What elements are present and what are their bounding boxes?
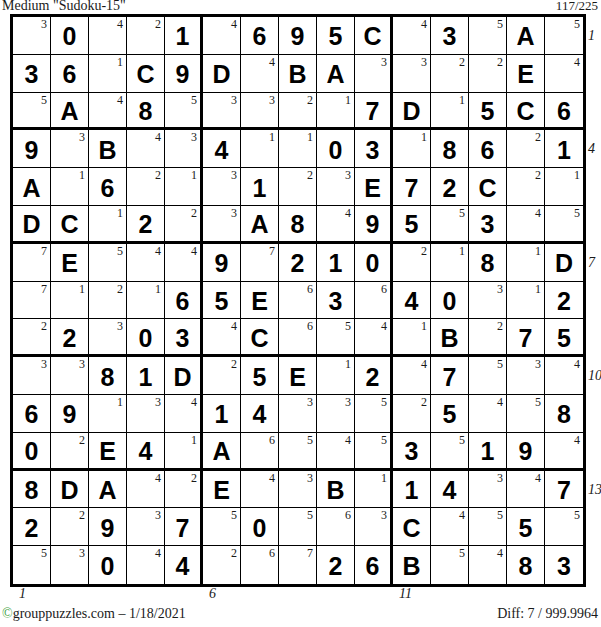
pencil-mark: 4 [535, 472, 541, 484]
given-digit: 9 [355, 209, 390, 241]
cell-r4c5[interactable]: 3 [165, 130, 203, 168]
cell-r4c6[interactable]: 4 [203, 130, 241, 168]
cell-r3c7[interactable]: 3 [241, 93, 279, 131]
cell-r12c11[interactable]: 3 [393, 433, 431, 471]
pencil-mark: 3 [79, 547, 85, 559]
cell-r5c3[interactable]: 6 [89, 168, 127, 206]
cell-r11c3[interactable]: 1 [89, 395, 127, 433]
cell-r7c11[interactable]: 2 [393, 244, 431, 282]
cell-r6c13[interactable]: 3 [469, 206, 507, 244]
cell-r6c4[interactable]: 2 [127, 206, 165, 244]
cell-r8c12[interactable]: 0 [431, 282, 469, 320]
pencil-mark: 3 [231, 207, 237, 219]
cell-r7c15[interactable]: D [545, 244, 583, 282]
pencil-mark: 3 [307, 472, 313, 484]
cell-r4c2[interactable]: 3 [51, 130, 89, 168]
pencil-mark: 5 [41, 94, 47, 106]
pencil-mark: 3 [79, 131, 85, 143]
cell-r3c8[interactable]: 2 [279, 93, 317, 131]
cell-r11c4[interactable]: 3 [127, 395, 165, 433]
cell-r14c3[interactable]: 9 [89, 508, 127, 546]
cell-r10c14[interactable]: 3 [507, 357, 545, 395]
cell-r3c11[interactable]: D [393, 93, 431, 131]
given-digit: 9 [507, 436, 544, 468]
cell-r8c11[interactable]: 4 [393, 282, 431, 320]
cell-r10c1[interactable]: 3 [13, 357, 51, 395]
cell-r13c9[interactable]: B [317, 471, 355, 509]
pencil-mark: 6 [307, 320, 313, 332]
pencil-mark: 4 [345, 434, 351, 446]
pencil-mark: 4 [191, 245, 197, 257]
cell-r8c4[interactable]: 1 [127, 282, 165, 320]
cell-r15c14[interactable]: 8 [507, 546, 545, 584]
given-digit: A [89, 474, 126, 508]
cell-r13c3[interactable]: A [89, 471, 127, 509]
cell-r6c15[interactable]: 5 [545, 206, 583, 244]
cell-r12c7[interactable]: 6 [241, 433, 279, 471]
cell-r7c10[interactable]: 0 [355, 244, 393, 282]
cell-r11c15[interactable]: 8 [545, 395, 583, 433]
cell-r11c2[interactable]: 9 [51, 395, 89, 433]
cell-r14c12[interactable]: 4 [431, 508, 469, 546]
copyright-text: grouppuzzles.com – 1/18/2021 [13, 606, 186, 621]
cell-r2c11[interactable]: 3 [393, 55, 431, 93]
cell-r9c6[interactable]: 4 [203, 319, 241, 357]
cell-r12c6[interactable]: A [203, 433, 241, 471]
cell-r2c2[interactable]: 6 [51, 55, 89, 93]
cell-r15c5[interactable]: 4 [165, 546, 203, 584]
cell-r10c15[interactable]: 4 [545, 357, 583, 395]
cell-r15c4[interactable]: 4 [127, 546, 165, 584]
cell-r12c4[interactable]: 4 [127, 433, 165, 471]
pencil-mark: 1 [79, 169, 85, 181]
cell-r1c14[interactable]: A [507, 17, 545, 55]
cell-r7c6[interactable]: 9 [203, 244, 241, 282]
cell-r3c2[interactable]: A [51, 93, 89, 131]
cell-r10c10[interactable]: 2 [355, 357, 393, 395]
cell-r9c4[interactable]: 0 [127, 319, 165, 357]
pencil-mark: 4 [269, 472, 275, 484]
cell-r14c1[interactable]: 2 [13, 508, 51, 546]
cell-r14c15[interactable]: 5 [545, 508, 583, 546]
cell-r4c3[interactable]: B [89, 130, 127, 168]
cell-r12c5[interactable]: 1 [165, 433, 203, 471]
cell-r1c11[interactable]: 4 [393, 17, 431, 55]
cell-r15c2[interactable]: 3 [51, 546, 89, 584]
cell-r1c4[interactable]: 2 [127, 17, 165, 55]
cell-r15c8[interactable]: 7 [279, 546, 317, 584]
pencil-mark: 3 [231, 169, 237, 181]
cell-r2c13[interactable]: 2 [469, 55, 507, 93]
cell-r15c1[interactable]: 5 [13, 546, 51, 584]
cell-r13c14[interactable]: 4 [507, 471, 545, 509]
given-digit: 2 [355, 360, 390, 394]
given-digit: 7 [431, 360, 468, 394]
cell-r14c14[interactable]: 5 [507, 508, 545, 546]
cell-r6c5[interactable]: 2 [165, 206, 203, 244]
cell-r9c9[interactable]: 5 [317, 319, 355, 357]
given-digit: 4 [127, 436, 164, 468]
cell-r3c9[interactable]: 1 [317, 93, 355, 131]
cell-r13c10[interactable]: 1 [355, 471, 393, 509]
cell-r9c12[interactable]: B [431, 319, 469, 357]
cell-r10c11[interactable]: 4 [393, 357, 431, 395]
cell-r14c5[interactable]: 7 [165, 508, 203, 546]
cell-r1c1[interactable]: 3 [13, 17, 51, 55]
pencil-mark: 4 [535, 207, 541, 219]
cell-r11c14[interactable]: 5 [507, 395, 545, 433]
cell-r9c3[interactable]: 3 [89, 319, 127, 357]
cell-r7c3[interactable]: 5 [89, 244, 127, 282]
cell-r4c4[interactable]: 4 [127, 130, 165, 168]
given-digit: 0 [51, 20, 88, 54]
given-digit: 3 [317, 285, 354, 319]
cell-r3c14[interactable]: C [507, 93, 545, 131]
cell-r15c9[interactable]: 2 [317, 546, 355, 584]
cell-r2c8[interactable]: B [279, 55, 317, 93]
cell-r5c11[interactable]: 7 [393, 168, 431, 206]
cell-r10c3[interactable]: 8 [89, 357, 127, 395]
cell-r12c1[interactable]: 0 [13, 433, 51, 471]
given-digit: B [431, 322, 468, 354]
pencil-mark: 5 [497, 358, 503, 370]
cell-r7c9[interactable]: 1 [317, 244, 355, 282]
cell-r10c12[interactable]: 7 [431, 357, 469, 395]
given-digit: 5 [203, 285, 240, 319]
cell-r12c2[interactable]: 2 [51, 433, 89, 471]
cell-r12c14[interactable]: 9 [507, 433, 545, 471]
cell-r5c15[interactable]: 1 [545, 168, 583, 206]
cell-r8c1[interactable]: 7 [13, 282, 51, 320]
cell-r8c13[interactable]: 3 [469, 282, 507, 320]
cell-r6c7[interactable]: A [241, 206, 279, 244]
cell-r2c12[interactable]: 2 [431, 55, 469, 93]
cell-r7c1[interactable]: 7 [13, 244, 51, 282]
pencil-mark: 2 [231, 358, 237, 370]
cell-r1c12[interactable]: 3 [431, 17, 469, 55]
pencil-mark: 2 [535, 131, 541, 143]
cell-r5c12[interactable]: 2 [431, 168, 469, 206]
cell-r10c8[interactable]: E [279, 357, 317, 395]
cell-r2c4[interactable]: C [127, 55, 165, 93]
given-digit: 1 [165, 20, 200, 54]
cell-r7c2[interactable]: E [51, 244, 89, 282]
cell-r3c12[interactable]: 1 [431, 93, 469, 131]
given-digit: 5 [431, 398, 468, 432]
cell-r12c3[interactable]: E [89, 433, 127, 471]
cell-r14c11[interactable]: C [393, 508, 431, 546]
pencil-mark: 6 [381, 283, 387, 295]
cell-r3c5[interactable]: 5 [165, 93, 203, 131]
given-digit: 8 [545, 398, 583, 432]
cell-r13c6[interactable]: E [203, 471, 241, 509]
cell-r5c5[interactable]: 1 [165, 168, 203, 206]
cell-r3c1[interactable]: 5 [13, 93, 51, 131]
cell-r4c10[interactable]: 3 [355, 130, 393, 168]
cell-r5c10[interactable]: E [355, 168, 393, 206]
cell-r5c13[interactable]: C [469, 168, 507, 206]
pencil-mark: 1 [381, 472, 387, 484]
cell-r10c6[interactable]: 2 [203, 357, 241, 395]
cell-r4c14[interactable]: 2 [507, 130, 545, 168]
copyright-line: ©grouppuzzles.com – 1/18/2021 [2, 606, 186, 622]
cell-r11c5[interactable]: 4 [165, 395, 203, 433]
cell-r7c14[interactable]: 1 [507, 244, 545, 282]
cell-r4c8[interactable]: 1 [279, 130, 317, 168]
cell-r13c2[interactable]: D [51, 471, 89, 509]
cell-r9c1[interactable]: 2 [13, 319, 51, 357]
cell-r10c4[interactable]: 1 [127, 357, 165, 395]
pencil-mark: 4 [574, 434, 580, 446]
given-digit: B [89, 133, 126, 167]
cell-r2c5[interactable]: 9 [165, 55, 203, 93]
cell-r1c10[interactable]: C [355, 17, 393, 55]
cell-r4c1[interactable]: 9 [13, 130, 51, 168]
pencil-mark: 4 [155, 131, 161, 143]
given-digit: 8 [469, 247, 506, 281]
cell-r9c2[interactable]: 2 [51, 319, 89, 357]
cell-r1c3[interactable]: 4 [89, 17, 127, 55]
cell-r7c8[interactable]: 2 [279, 244, 317, 282]
pencil-mark: 5 [231, 509, 237, 521]
cell-r6c11[interactable]: 5 [393, 206, 431, 244]
cell-r12c13[interactable]: 1 [469, 433, 507, 471]
cell-r5c4[interactable]: 2 [127, 168, 165, 206]
cell-r13c12[interactable]: 4 [431, 471, 469, 509]
cell-r3c10[interactable]: 7 [355, 93, 393, 131]
cell-r15c10[interactable]: 6 [355, 546, 393, 584]
cell-r11c13[interactable]: 4 [469, 395, 507, 433]
cell-r7c13[interactable]: 8 [469, 244, 507, 282]
cell-r11c11[interactable]: 2 [393, 395, 431, 433]
cell-r13c8[interactable]: 3 [279, 471, 317, 509]
cell-r14c10[interactable]: 3 [355, 508, 393, 546]
cell-r11c9[interactable]: 3 [317, 395, 355, 433]
cell-r2c10[interactable]: 3 [355, 55, 393, 93]
cell-r11c10[interactable]: 5 [355, 395, 393, 433]
cell-r9c10[interactable]: 4 [355, 319, 393, 357]
given-digit: E [241, 285, 278, 319]
given-digit: 0 [127, 322, 164, 354]
cell-r13c5[interactable]: 2 [165, 471, 203, 509]
cell-r1c9[interactable]: 5 [317, 17, 355, 55]
cell-r12c9[interactable]: 4 [317, 433, 355, 471]
pencil-mark: 5 [381, 396, 387, 408]
cell-r6c9[interactable]: 4 [317, 206, 355, 244]
given-digit: 1 [393, 474, 430, 508]
cell-r11c1[interactable]: 6 [13, 395, 51, 433]
cell-r2c6[interactable]: D [203, 55, 241, 93]
pencil-mark: 1 [535, 283, 541, 295]
cell-r7c7[interactable]: 7 [241, 244, 279, 282]
cell-r8c15[interactable]: 2 [545, 282, 583, 320]
cell-r12c15[interactable]: 4 [545, 433, 583, 471]
cell-r15c15[interactable]: 3 [545, 546, 583, 584]
cell-r9c14[interactable]: 7 [507, 319, 545, 357]
cell-r4c15[interactable]: 1 [545, 130, 583, 168]
cell-r14c4[interactable]: 3 [127, 508, 165, 546]
cells-remaining-counter: 117/225 [556, 0, 598, 14]
cell-r11c6[interactable]: 1 [203, 395, 241, 433]
cell-r8c8[interactable]: 6 [279, 282, 317, 320]
cell-r6c10[interactable]: 9 [355, 206, 393, 244]
cell-r2c1[interactable]: 3 [13, 55, 51, 93]
cell-r14c7[interactable]: 0 [241, 508, 279, 546]
cell-r8c2[interactable]: 1 [51, 282, 89, 320]
given-digit: 3 [545, 549, 583, 584]
given-digit: 2 [279, 247, 316, 281]
cell-r13c13[interactable]: 3 [469, 471, 507, 509]
given-digit: 3 [355, 133, 390, 167]
given-digit: 0 [13, 436, 50, 468]
cell-r14c8[interactable]: 5 [279, 508, 317, 546]
cell-r5c9[interactable]: 3 [317, 168, 355, 206]
cell-r1c7[interactable]: 6 [241, 17, 279, 55]
row-label-10: 10 [588, 368, 601, 384]
cell-r8c14[interactable]: 1 [507, 282, 545, 320]
cell-r7c12[interactable]: 1 [431, 244, 469, 282]
cell-r15c11[interactable]: B [393, 546, 431, 584]
cell-r1c5[interactable]: 1 [165, 17, 203, 55]
pencil-mark: 3 [345, 169, 351, 181]
cell-r4c7[interactable]: 1 [241, 130, 279, 168]
pencil-mark: 3 [497, 472, 503, 484]
pencil-mark: 1 [117, 207, 123, 219]
cell-r13c11[interactable]: 1 [393, 471, 431, 509]
pencil-mark: 3 [79, 358, 85, 370]
cell-r1c8[interactable]: 9 [279, 17, 317, 55]
given-digit: 6 [165, 285, 200, 319]
cell-r3c6[interactable]: 3 [203, 93, 241, 131]
cell-r8c9[interactable]: 3 [317, 282, 355, 320]
cell-r13c7[interactable]: 4 [241, 471, 279, 509]
cell-r14c9[interactable]: 6 [317, 508, 355, 546]
cell-r2c7[interactable]: 4 [241, 55, 279, 93]
given-digit: 1 [545, 133, 583, 167]
pencil-mark: 3 [381, 509, 387, 521]
cell-r9c7[interactable]: C [241, 319, 279, 357]
cell-r11c7[interactable]: 4 [241, 395, 279, 433]
col-label-11: 11 [399, 586, 412, 602]
cell-r9c15[interactable]: 5 [545, 319, 583, 357]
cell-r11c8[interactable]: 3 [279, 395, 317, 433]
pencil-mark: 3 [307, 396, 313, 408]
pencil-mark: 4 [421, 18, 427, 30]
cell-r2c14[interactable]: E [507, 55, 545, 93]
cell-r2c15[interactable]: 4 [545, 55, 583, 93]
cell-r15c13[interactable]: 4 [469, 546, 507, 584]
pencil-mark: 3 [535, 358, 541, 370]
pencil-mark: 1 [421, 320, 427, 332]
cell-r6c3[interactable]: 1 [89, 206, 127, 244]
pencil-mark: 5 [459, 547, 465, 559]
cell-r4c9[interactable]: 0 [317, 130, 355, 168]
cell-r10c13[interactable]: 5 [469, 357, 507, 395]
cell-r11c12[interactable]: 5 [431, 395, 469, 433]
cell-r4c11[interactable]: 1 [393, 130, 431, 168]
cell-r8c10[interactable]: 6 [355, 282, 393, 320]
cell-r2c3[interactable]: 1 [89, 55, 127, 93]
cell-r14c6[interactable]: 5 [203, 508, 241, 546]
cell-r13c15[interactable]: 7 [545, 471, 583, 509]
row-label-1: 1 [588, 28, 595, 44]
row-label-13: 13 [588, 482, 601, 498]
cell-r13c4[interactable]: 4 [127, 471, 165, 509]
pencil-mark: 3 [117, 320, 123, 332]
cell-r2c9[interactable]: A [317, 55, 355, 93]
cell-r9c13[interactable]: 2 [469, 319, 507, 357]
cell-r7c5[interactable]: 4 [165, 244, 203, 282]
cell-r14c13[interactable]: 5 [469, 508, 507, 546]
given-digit: 6 [545, 96, 583, 128]
cell-r12c12[interactable]: 5 [431, 433, 469, 471]
pencil-mark: 5 [117, 245, 123, 257]
pencil-mark: 5 [307, 434, 313, 446]
given-digit: 7 [165, 511, 200, 545]
cell-r9c5[interactable]: 3 [165, 319, 203, 357]
cell-r9c8[interactable]: 6 [279, 319, 317, 357]
cell-r5c8[interactable]: 2 [279, 168, 317, 206]
cell-r1c13[interactable]: 5 [469, 17, 507, 55]
cell-r5c2[interactable]: 1 [51, 168, 89, 206]
cell-r6c1[interactable]: D [13, 206, 51, 244]
given-digit: 2 [127, 209, 164, 241]
cell-r6c2[interactable]: C [51, 206, 89, 244]
cell-r1c15[interactable]: 5 [545, 17, 583, 55]
cell-r15c12[interactable]: 5 [431, 546, 469, 584]
cell-r6c12[interactable]: 5 [431, 206, 469, 244]
cell-r8c5[interactable]: 6 [165, 282, 203, 320]
cell-r8c3[interactable]: 2 [89, 282, 127, 320]
cell-r10c2[interactable]: 3 [51, 357, 89, 395]
cell-r6c8[interactable]: 8 [279, 206, 317, 244]
cell-r8c7[interactable]: E [241, 282, 279, 320]
cell-r14c2[interactable]: 2 [51, 508, 89, 546]
cell-r12c8[interactable]: 5 [279, 433, 317, 471]
cell-r10c5[interactable]: D [165, 357, 203, 395]
cell-r8c6[interactable]: 5 [203, 282, 241, 320]
pencil-mark: 4 [191, 396, 197, 408]
pencil-mark: 3 [269, 94, 275, 106]
cell-r7c4[interactable]: 4 [127, 244, 165, 282]
cell-r5c6[interactable]: 3 [203, 168, 241, 206]
cell-r1c6[interactable]: 4 [203, 17, 241, 55]
cell-r5c1[interactable]: A [13, 168, 51, 206]
cell-r3c15[interactable]: 6 [545, 93, 583, 131]
cell-r15c3[interactable]: 0 [89, 546, 127, 584]
cell-r3c3[interactable]: 4 [89, 93, 127, 131]
cell-r5c7[interactable]: 1 [241, 168, 279, 206]
cell-r15c7[interactable]: 6 [241, 546, 279, 584]
given-digit: C [355, 20, 390, 54]
cell-r15c6[interactable]: 2 [203, 546, 241, 584]
cell-r4c13[interactable]: 6 [469, 130, 507, 168]
cell-r9c11[interactable]: 1 [393, 319, 431, 357]
cell-r6c14[interactable]: 4 [507, 206, 545, 244]
cell-r12c10[interactable]: 5 [355, 433, 393, 471]
cell-r13c1[interactable]: 8 [13, 471, 51, 509]
given-digit: A [13, 171, 50, 205]
pencil-mark: 4 [421, 358, 427, 370]
cell-r1c2[interactable]: 0 [51, 17, 89, 55]
cell-r4c12[interactable]: 8 [431, 130, 469, 168]
cell-r10c9[interactable]: 1 [317, 357, 355, 395]
cell-r5c14[interactable]: 2 [507, 168, 545, 206]
cell-r3c4[interactable]: 8 [127, 93, 165, 131]
cell-r10c7[interactable]: 5 [241, 357, 279, 395]
cell-r6c6[interactable]: 3 [203, 206, 241, 244]
cell-r3c13[interactable]: 5 [469, 93, 507, 131]
